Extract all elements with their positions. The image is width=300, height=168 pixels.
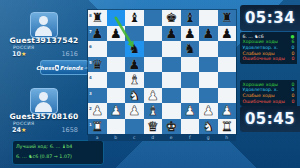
analysis-best-move: Лучший ход: 6. ... ♝b4 bbox=[16, 142, 100, 152]
rank-label-1: 1 bbox=[89, 123, 92, 127]
square-h6[interactable] bbox=[218, 41, 237, 57]
square-f4[interactable] bbox=[181, 72, 200, 88]
piece-white-bishop-c4[interactable]: ♝ bbox=[125, 72, 144, 88]
file-label-g: g bbox=[199, 134, 218, 141]
square-c6[interactable]: ♞ bbox=[125, 41, 144, 57]
square-d6[interactable] bbox=[144, 41, 163, 57]
bottom-player-move-stats: Хорошие ходы0 Удовлетвор. х.0 Слабые ход… bbox=[240, 80, 297, 106]
game-screen: Guest39137542 РОССИЯ 10★ 1616 Chess ♞ Fr… bbox=[0, 0, 300, 168]
piece-black-king-e8[interactable]: ♚ bbox=[162, 10, 181, 26]
square-h3[interactable] bbox=[218, 88, 237, 104]
bad-moves-label: Ошибочные ходы bbox=[243, 56, 285, 62]
square-e2[interactable] bbox=[162, 103, 181, 119]
avatar-head-icon bbox=[39, 92, 48, 101]
square-d8[interactable] bbox=[144, 10, 163, 26]
chessfriends-logo[interactable]: Chess ♞ Friends .com bbox=[40, 60, 89, 75]
square-h2[interactable]: ♟ bbox=[218, 103, 237, 119]
piece-black-knight-c6[interactable]: ♞ bbox=[125, 41, 144, 57]
rank-label-4: 4 bbox=[89, 76, 92, 80]
square-f6[interactable]: ♞ bbox=[181, 41, 200, 57]
square-g1[interactable]: ♞ bbox=[199, 119, 218, 135]
square-f2[interactable]: ♟ bbox=[181, 103, 200, 119]
square-g4[interactable] bbox=[199, 72, 218, 88]
avatar-bust-icon bbox=[35, 26, 52, 36]
top-player-avatar[interactable] bbox=[30, 12, 58, 38]
square-e1[interactable]: ♚ bbox=[162, 119, 181, 135]
square-d4[interactable] bbox=[144, 72, 163, 88]
square-e5[interactable] bbox=[162, 57, 181, 73]
square-b2[interactable]: ♟ bbox=[107, 103, 126, 119]
bottom-player-clock: 05:45 bbox=[240, 106, 300, 132]
square-e8[interactable]: ♚ bbox=[162, 10, 181, 26]
square-c8[interactable]: ♝ bbox=[125, 10, 144, 26]
piece-black-knight-f6[interactable]: ♞ bbox=[181, 41, 200, 57]
avatar-head-icon bbox=[39, 16, 48, 25]
file-labels-strip: abcdefgh bbox=[88, 134, 236, 141]
piece-white-pawn-c2[interactable]: ♟ bbox=[125, 103, 144, 119]
piece-white-knight-g1[interactable]: ♞ bbox=[199, 119, 218, 135]
analysis-played-move-eval: 6. ... ♞c6 (0.87 → 1.07) bbox=[16, 152, 100, 162]
square-d3[interactable]: ♟ bbox=[144, 88, 163, 104]
piece-black-pawn-h7[interactable]: ♟ bbox=[218, 26, 237, 42]
square-e4[interactable] bbox=[162, 72, 181, 88]
piece-black-bishop-f8[interactable]: ♝ bbox=[181, 10, 200, 26]
square-c7[interactable] bbox=[125, 26, 144, 42]
square-e6[interactable] bbox=[162, 41, 181, 57]
square-f1[interactable] bbox=[181, 119, 200, 135]
piece-white-pawn-b2[interactable]: ♟ bbox=[107, 103, 126, 119]
square-g8[interactable] bbox=[199, 10, 218, 26]
piece-black-bishop-c8[interactable]: ♝ bbox=[125, 10, 144, 26]
square-g5[interactable] bbox=[199, 57, 218, 73]
square-g7[interactable]: ♟ bbox=[199, 26, 218, 42]
file-label-b: b bbox=[107, 134, 126, 141]
square-f3[interactable] bbox=[181, 88, 200, 104]
square-b3[interactable] bbox=[107, 88, 126, 104]
square-h4[interactable] bbox=[218, 72, 237, 88]
square-h7[interactable]: ♟ bbox=[218, 26, 237, 42]
piece-black-pawn-e7[interactable]: ♟ bbox=[162, 26, 181, 42]
square-d5[interactable] bbox=[144, 57, 163, 73]
square-h8[interactable]: ♜ bbox=[218, 10, 237, 26]
square-g6[interactable] bbox=[199, 41, 218, 57]
square-f7[interactable]: ♟ bbox=[181, 26, 200, 42]
file-label-a: a bbox=[88, 134, 107, 141]
bottom-player-level: 24★ bbox=[12, 126, 26, 134]
file-label-d: d bbox=[144, 134, 163, 141]
piece-white-pawn-h2[interactable]: ♟ bbox=[218, 103, 237, 119]
piece-white-pawn-f2[interactable]: ♟ bbox=[181, 103, 200, 119]
piece-white-queen-d1[interactable]: ♛ bbox=[144, 119, 163, 135]
square-d2[interactable]: ♝ bbox=[144, 103, 163, 119]
logo-text-friends: Friends bbox=[60, 65, 83, 71]
piece-black-pawn-b7[interactable]: ♟ bbox=[107, 26, 126, 42]
square-f8[interactable]: ♝ bbox=[181, 10, 200, 26]
square-e7[interactable]: ♟ bbox=[162, 26, 181, 42]
rank-label-8: 8 bbox=[89, 14, 92, 18]
piece-black-pawn-c5[interactable]: ♟ bbox=[125, 57, 144, 73]
square-b4[interactable] bbox=[107, 72, 126, 88]
square-b8[interactable] bbox=[107, 10, 126, 26]
piece-black-pawn-g7[interactable]: ♟ bbox=[199, 26, 218, 42]
knight-shield-icon: ♞ bbox=[55, 65, 59, 71]
square-b6[interactable] bbox=[107, 41, 126, 57]
rank-label-3: 3 bbox=[89, 92, 92, 96]
analysis-box: Лучший ход: 6. ... ♝b4 6. ... ♞c6 (0.87 … bbox=[12, 140, 104, 165]
piece-black-rook-h8[interactable]: ♜ bbox=[218, 10, 237, 26]
rank-label-5: 5 bbox=[89, 61, 92, 65]
piece-white-king-e1[interactable]: ♚ bbox=[162, 119, 181, 135]
top-player-level: 10★ bbox=[12, 50, 26, 58]
piece-black-pawn-f7[interactable]: ♟ bbox=[181, 26, 200, 42]
rank-label-2: 2 bbox=[89, 107, 92, 111]
file-label-f: f bbox=[181, 134, 200, 141]
top-player-clock: 05:34 bbox=[240, 5, 300, 31]
bottom-player-avatar[interactable] bbox=[30, 88, 58, 114]
square-c3[interactable]: ♞ bbox=[125, 88, 144, 104]
file-label-h: h bbox=[218, 134, 237, 141]
piece-white-knight-c3[interactable]: ♞ bbox=[125, 88, 144, 104]
bad-moves-count: 0 bbox=[292, 56, 295, 62]
star-icon: ★ bbox=[21, 126, 26, 133]
piece-white-pawn-d3[interactable]: ♟ bbox=[144, 88, 163, 104]
square-g3[interactable] bbox=[199, 88, 218, 104]
top-player-move-stats: 6. ... ♞c6 ● Хорошие ходы6 Удовлетвор. х… bbox=[240, 32, 297, 64]
bad-moves-count: 0 bbox=[292, 99, 295, 105]
square-b7[interactable]: ♟ bbox=[107, 26, 126, 42]
avatar-bust-icon bbox=[35, 102, 52, 112]
square-b1[interactable] bbox=[107, 119, 126, 135]
piece-white-bishop-d2[interactable]: ♝ bbox=[144, 103, 163, 119]
bottom-player-rating: 1658 bbox=[61, 126, 78, 134]
rank-label-7: 7 bbox=[89, 30, 92, 34]
square-d1[interactable]: ♛ bbox=[144, 119, 163, 135]
top-player-country: РОССИЯ bbox=[13, 45, 34, 50]
square-e3[interactable] bbox=[162, 88, 181, 104]
piece-white-pawn-g2[interactable]: ♟ bbox=[199, 103, 218, 119]
square-c5[interactable]: ♟ bbox=[125, 57, 144, 73]
piece-white-rook-h1[interactable]: ♜ bbox=[218, 119, 237, 135]
star-icon: ★ bbox=[21, 50, 26, 57]
square-d7[interactable] bbox=[144, 26, 163, 42]
top-player-rating: 1616 bbox=[61, 50, 78, 58]
square-f5[interactable] bbox=[181, 57, 200, 73]
square-h5[interactable] bbox=[218, 57, 237, 73]
square-h1[interactable]: ♜ bbox=[218, 119, 237, 135]
square-c4[interactable]: ♝ bbox=[125, 72, 144, 88]
rank-label-6: 6 bbox=[89, 45, 92, 49]
file-label-c: c bbox=[125, 134, 144, 141]
bottom-player-country: РОССИЯ bbox=[13, 121, 34, 126]
chess-board[interactable]: ♜♝♚♝♜♟♟♟♟♟♟♞♞♛♟♝♞♟♟♟♟♝♟♟♟♜♛♚♞♜87654321 bbox=[88, 10, 236, 134]
square-g2[interactable]: ♟ bbox=[199, 103, 218, 119]
logo-text-chess: Chess bbox=[36, 65, 54, 71]
square-c1[interactable] bbox=[125, 119, 144, 135]
file-label-e: e bbox=[162, 134, 181, 141]
square-b5[interactable] bbox=[107, 57, 126, 73]
square-c2[interactable]: ♟ bbox=[125, 103, 144, 119]
bad-moves-label: Ошибочные ходы bbox=[243, 99, 285, 105]
